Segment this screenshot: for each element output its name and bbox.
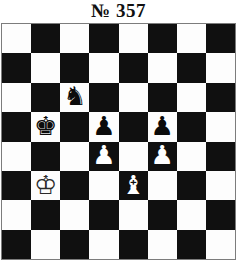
square-b8 xyxy=(31,24,60,53)
square-a8 xyxy=(2,24,31,53)
square-a7 xyxy=(2,53,31,82)
square-h6 xyxy=(206,83,235,112)
white-bishop-e3: ♝ xyxy=(121,172,144,198)
square-c3 xyxy=(60,171,89,200)
square-f5: ♟ xyxy=(148,112,177,141)
square-e8 xyxy=(119,24,148,53)
square-h2 xyxy=(206,200,235,229)
square-a4 xyxy=(2,142,31,171)
square-f6 xyxy=(148,83,177,112)
square-c8 xyxy=(60,24,89,53)
square-a2 xyxy=(2,200,31,229)
square-g3 xyxy=(177,171,206,200)
square-c7 xyxy=(60,53,89,82)
square-e4 xyxy=(119,142,148,171)
square-e7 xyxy=(119,53,148,82)
square-f3 xyxy=(148,171,177,200)
square-d6 xyxy=(89,83,118,112)
square-h7 xyxy=(206,53,235,82)
square-b3: ♔ xyxy=(31,171,60,200)
square-c2 xyxy=(60,200,89,229)
square-c1 xyxy=(60,230,89,259)
chess-board: ♞♚♟♟♟♟♔♝ xyxy=(1,23,236,260)
square-a1 xyxy=(2,230,31,259)
puzzle-number: № 357 xyxy=(0,0,237,23)
square-f4: ♟ xyxy=(148,142,177,171)
black-pawn-d5: ♟ xyxy=(92,113,115,139)
square-g1 xyxy=(177,230,206,259)
square-d2 xyxy=(89,200,118,229)
square-a5 xyxy=(2,112,31,141)
square-h8 xyxy=(206,24,235,53)
black-king-b5: ♚ xyxy=(34,113,57,139)
square-h3 xyxy=(206,171,235,200)
square-g6 xyxy=(177,83,206,112)
square-c6: ♞ xyxy=(60,83,89,112)
square-d8 xyxy=(89,24,118,53)
chess-puzzle-diagram: № 357 ♞♚♟♟♟♟♔♝ xyxy=(0,0,237,261)
square-f1 xyxy=(148,230,177,259)
square-b7 xyxy=(31,53,60,82)
square-b6 xyxy=(31,83,60,112)
square-g7 xyxy=(177,53,206,82)
white-pawn-f4: ♟ xyxy=(151,142,174,168)
square-e5 xyxy=(119,112,148,141)
square-g5 xyxy=(177,112,206,141)
square-g4 xyxy=(177,142,206,171)
square-a6 xyxy=(2,83,31,112)
square-f7 xyxy=(148,53,177,82)
white-pawn-d4: ♟ xyxy=(92,142,115,168)
black-pawn-f5: ♟ xyxy=(151,113,174,139)
square-h4 xyxy=(206,142,235,171)
square-a3 xyxy=(2,171,31,200)
square-e6 xyxy=(119,83,148,112)
square-d7 xyxy=(89,53,118,82)
square-f8 xyxy=(148,24,177,53)
square-h1 xyxy=(206,230,235,259)
square-c4 xyxy=(60,142,89,171)
square-d5: ♟ xyxy=(89,112,118,141)
square-e2 xyxy=(119,200,148,229)
square-b1 xyxy=(31,230,60,259)
square-g8 xyxy=(177,24,206,53)
square-b5: ♚ xyxy=(31,112,60,141)
square-d4: ♟ xyxy=(89,142,118,171)
square-h5 xyxy=(206,112,235,141)
black-knight-c6: ♞ xyxy=(63,83,86,109)
square-b4 xyxy=(31,142,60,171)
square-d3 xyxy=(89,171,118,200)
square-c5 xyxy=(60,112,89,141)
square-b2 xyxy=(31,200,60,229)
square-e1 xyxy=(119,230,148,259)
white-king-b3: ♔ xyxy=(34,172,57,198)
square-g2 xyxy=(177,200,206,229)
square-f2 xyxy=(148,200,177,229)
square-d1 xyxy=(89,230,118,259)
square-e3: ♝ xyxy=(119,171,148,200)
